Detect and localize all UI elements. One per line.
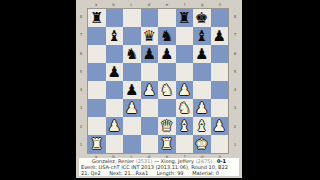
rank-label-4: 4 bbox=[230, 81, 240, 99]
piece-black-queen-d7: ♛ bbox=[143, 28, 156, 45]
square-a3 bbox=[88, 99, 106, 117]
piece-white-pawn-d4: ♟ bbox=[143, 82, 156, 99]
square-b3 bbox=[106, 99, 124, 117]
rank-label-2: 2 bbox=[230, 118, 240, 136]
video-frame: abcdefgh abcdefgh 87654321 87654321 ♜♜♚♝… bbox=[0, 0, 320, 180]
square-d4: ♟ bbox=[141, 81, 159, 99]
square-e1: ♜ bbox=[158, 135, 176, 153]
square-g5 bbox=[193, 63, 211, 81]
piece-white-rook-e1: ♜ bbox=[160, 136, 173, 153]
piece-white-pawn-g3: ♟ bbox=[195, 100, 208, 117]
square-e6: ♟ bbox=[158, 45, 176, 63]
rank-label-7: 7 bbox=[76, 26, 86, 44]
file-label-f: f bbox=[176, 1, 194, 8]
square-h4 bbox=[211, 81, 229, 99]
square-a2 bbox=[88, 117, 106, 135]
piece-white-bishop-f2: ♝ bbox=[178, 118, 191, 135]
square-d2 bbox=[141, 117, 159, 135]
square-b7: ♝ bbox=[106, 27, 124, 45]
square-h2: ♟ bbox=[211, 117, 229, 135]
square-c1 bbox=[123, 135, 141, 153]
rank-label-3: 3 bbox=[76, 99, 86, 117]
piece-black-king-g8: ♚ bbox=[195, 10, 208, 27]
piece-white-pawn-f4: ♟ bbox=[178, 82, 191, 99]
square-b8 bbox=[106, 9, 124, 27]
piece-black-knight-c6: ♞ bbox=[125, 46, 138, 63]
rank-label-5: 5 bbox=[76, 63, 86, 81]
square-g8: ♚ bbox=[193, 9, 211, 27]
file-label-e: e bbox=[158, 1, 176, 8]
square-f4: ♟ bbox=[176, 81, 194, 99]
piece-white-knight-f3: ♞ bbox=[178, 100, 191, 117]
rank-label-8: 8 bbox=[76, 8, 86, 26]
square-e5 bbox=[158, 63, 176, 81]
square-e3 bbox=[158, 99, 176, 117]
file-label-h: h bbox=[211, 1, 229, 8]
board-frame: abcdefgh abcdefgh 87654321 87654321 ♜♜♚♝… bbox=[76, 0, 242, 178]
square-h6 bbox=[211, 45, 229, 63]
status-line: 21. Qe2 Next: 21...Rxa1 Length: 99 Mater… bbox=[79, 170, 239, 176]
square-h7: ♟ bbox=[211, 27, 229, 45]
next-move: Next: 21...Rxa1 bbox=[109, 170, 148, 176]
rank-label-1: 1 bbox=[76, 136, 86, 154]
square-f7 bbox=[176, 27, 194, 45]
square-a8: ♜ bbox=[88, 9, 106, 27]
square-f8: ♜ bbox=[176, 9, 194, 27]
piece-white-knight-e4: ♞ bbox=[160, 82, 173, 99]
square-a1: ♜ bbox=[88, 135, 106, 153]
square-d5 bbox=[141, 63, 159, 81]
material-balance: Material: 0 bbox=[192, 170, 219, 176]
square-a4 bbox=[88, 81, 106, 99]
caption-panel: Gonzalez, Renier (2531) — Xiong, Jeffery… bbox=[79, 158, 239, 176]
rank-label-4: 4 bbox=[76, 81, 86, 99]
square-h5 bbox=[211, 63, 229, 81]
square-d1 bbox=[141, 135, 159, 153]
piece-black-pawn-h7: ♟ bbox=[213, 28, 226, 45]
rank-label-5: 5 bbox=[230, 63, 240, 81]
piece-black-rook-a8: ♜ bbox=[90, 10, 103, 27]
square-f5 bbox=[176, 63, 194, 81]
move-played: 21. Qe2 bbox=[81, 170, 101, 176]
square-c5 bbox=[123, 63, 141, 81]
piece-white-rook-a1: ♜ bbox=[90, 136, 103, 153]
square-h8 bbox=[211, 9, 229, 27]
square-b4 bbox=[106, 81, 124, 99]
piece-black-rook-f8: ♜ bbox=[178, 10, 191, 27]
piece-white-pawn-h2: ♟ bbox=[213, 118, 226, 135]
piece-black-pawn-e6: ♟ bbox=[160, 46, 173, 63]
file-label-a: a bbox=[87, 1, 105, 8]
piece-white-king-g1: ♚ bbox=[195, 136, 208, 153]
rank-label-3: 3 bbox=[230, 99, 240, 117]
square-d8 bbox=[141, 9, 159, 27]
square-e7: ♞ bbox=[158, 27, 176, 45]
square-g2: ♝ bbox=[193, 117, 211, 135]
square-d3 bbox=[141, 99, 159, 117]
rank-label-1: 1 bbox=[230, 136, 240, 154]
piece-black-pawn-g6: ♟ bbox=[195, 46, 208, 63]
square-b1 bbox=[106, 135, 124, 153]
square-f3: ♞ bbox=[176, 99, 194, 117]
square-g3: ♟ bbox=[193, 99, 211, 117]
square-g1: ♚ bbox=[193, 135, 211, 153]
square-c2 bbox=[123, 117, 141, 135]
square-c8 bbox=[123, 9, 141, 27]
square-g4 bbox=[193, 81, 211, 99]
piece-white-pawn-c3: ♟ bbox=[125, 100, 138, 117]
square-c7 bbox=[123, 27, 141, 45]
rank-label-6: 6 bbox=[76, 45, 86, 63]
file-label-d: d bbox=[140, 1, 158, 8]
rank-label-6: 6 bbox=[230, 45, 240, 63]
square-f1 bbox=[176, 135, 194, 153]
piece-black-bishop-g7: ♝ bbox=[195, 28, 208, 45]
file-labels-top: abcdefgh bbox=[87, 1, 229, 8]
square-d6: ♟ bbox=[141, 45, 159, 63]
square-f6 bbox=[176, 45, 194, 63]
square-c4: ♟ bbox=[123, 81, 141, 99]
piece-white-bishop-g2: ♝ bbox=[195, 118, 208, 135]
piece-white-queen-e2: ♛ bbox=[160, 118, 173, 135]
rank-label-7: 7 bbox=[230, 26, 240, 44]
rank-label-8: 8 bbox=[230, 8, 240, 26]
file-label-c: c bbox=[123, 1, 141, 8]
square-e2: ♛ bbox=[158, 117, 176, 135]
square-g6: ♟ bbox=[193, 45, 211, 63]
chess-board: ♜♜♚♝♛♞♝♟♞♟♟♟♟♟♟♞♟♟♞♟♟♛♝♝♟♜♜♚ bbox=[87, 8, 229, 154]
square-b6 bbox=[106, 45, 124, 63]
file-label-g: g bbox=[194, 1, 212, 8]
square-h3 bbox=[211, 99, 229, 117]
square-d7: ♛ bbox=[141, 27, 159, 45]
square-a5 bbox=[88, 63, 106, 81]
square-f2: ♝ bbox=[176, 117, 194, 135]
piece-black-knight-e7: ♞ bbox=[160, 28, 173, 45]
piece-black-pawn-d6: ♟ bbox=[143, 46, 156, 63]
square-a6 bbox=[88, 45, 106, 63]
piece-black-pawn-c4: ♟ bbox=[125, 82, 138, 99]
square-e8 bbox=[158, 9, 176, 27]
piece-white-pawn-b2: ♟ bbox=[108, 118, 121, 135]
file-label-b: b bbox=[105, 1, 123, 8]
square-h1 bbox=[211, 135, 229, 153]
rank-labels-right: 87654321 bbox=[230, 8, 240, 154]
square-a7 bbox=[88, 27, 106, 45]
game-length: Length: 99 bbox=[157, 170, 184, 176]
square-b2: ♟ bbox=[106, 117, 124, 135]
square-c3: ♟ bbox=[123, 99, 141, 117]
piece-black-bishop-b7: ♝ bbox=[108, 28, 121, 45]
piece-black-pawn-b5: ♟ bbox=[108, 64, 121, 81]
square-c6: ♞ bbox=[123, 45, 141, 63]
rank-label-2: 2 bbox=[76, 118, 86, 136]
square-e4: ♞ bbox=[158, 81, 176, 99]
rank-labels-left: 87654321 bbox=[76, 8, 86, 154]
square-b5: ♟ bbox=[106, 63, 124, 81]
square-g7: ♝ bbox=[193, 27, 211, 45]
